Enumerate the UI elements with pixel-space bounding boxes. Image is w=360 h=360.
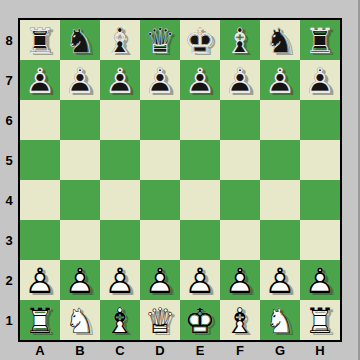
piece-black-pawn[interactable]: ♟♙ xyxy=(260,60,300,100)
square-d4[interactable] xyxy=(140,180,180,220)
piece-white-bishop[interactable]: ♝♗ xyxy=(220,300,260,340)
square-d7[interactable]: ♟♙ xyxy=(140,60,180,100)
square-b1[interactable]: ♞♘ xyxy=(60,300,100,340)
piece-black-rook[interactable]: ♜♖ xyxy=(300,20,340,60)
piece-glyph-outline: ♕ xyxy=(140,300,180,340)
piece-white-pawn[interactable]: ♟♙ xyxy=(180,260,220,300)
rank-label-6: 6 xyxy=(0,100,18,140)
piece-glyph-outline: ♙ xyxy=(60,60,100,100)
piece-black-knight[interactable]: ♞♘ xyxy=(60,20,100,60)
piece-glyph-outline: ♗ xyxy=(220,300,260,340)
rank-label-3: 3 xyxy=(0,220,18,260)
piece-glyph-outline: ♕ xyxy=(140,20,180,60)
square-f4[interactable] xyxy=(220,180,260,220)
piece-white-rook[interactable]: ♜♖ xyxy=(20,300,60,340)
piece-glyph-outline: ♘ xyxy=(60,20,100,60)
square-g2[interactable]: ♟♙ xyxy=(260,260,300,300)
piece-glyph-outline: ♙ xyxy=(180,60,220,100)
square-e2[interactable]: ♟♙ xyxy=(180,260,220,300)
square-g8[interactable]: ♞♘ xyxy=(260,20,300,60)
square-d2[interactable]: ♟♙ xyxy=(140,260,180,300)
square-h5[interactable] xyxy=(300,140,340,180)
square-c3[interactable] xyxy=(100,220,140,260)
square-a6[interactable] xyxy=(20,100,60,140)
piece-glyph-outline: ♙ xyxy=(140,60,180,100)
square-g7[interactable]: ♟♙ xyxy=(260,60,300,100)
square-c6[interactable] xyxy=(100,100,140,140)
square-a8[interactable]: ♜♖ xyxy=(20,20,60,60)
chess-app-frame: 87654321 ABCDEFGH ♜♖♞♘♝♗♛♕♚♔♝♗♞♘♜♖♟♙♟♙♟♙… xyxy=(0,0,360,360)
piece-black-knight[interactable]: ♞♘ xyxy=(260,20,300,60)
square-g3[interactable] xyxy=(260,220,300,260)
piece-glyph-outline: ♙ xyxy=(100,260,140,300)
square-h4[interactable] xyxy=(300,180,340,220)
piece-glyph-outline: ♘ xyxy=(60,300,100,340)
piece-glyph-outline: ♙ xyxy=(140,260,180,300)
square-c2[interactable]: ♟♙ xyxy=(100,260,140,300)
square-e1[interactable]: ♚♔ xyxy=(180,300,220,340)
square-b8[interactable]: ♞♘ xyxy=(60,20,100,60)
square-f2[interactable]: ♟♙ xyxy=(220,260,260,300)
piece-glyph-outline: ♔ xyxy=(180,300,220,340)
square-e4[interactable] xyxy=(180,180,220,220)
piece-glyph-outline: ♙ xyxy=(220,60,260,100)
square-f1[interactable]: ♝♗ xyxy=(220,300,260,340)
rank-label-1: 1 xyxy=(0,300,18,340)
square-e7[interactable]: ♟♙ xyxy=(180,60,220,100)
piece-black-bishop[interactable]: ♝♗ xyxy=(220,20,260,60)
square-f6[interactable] xyxy=(220,100,260,140)
square-a3[interactable] xyxy=(20,220,60,260)
square-f7[interactable]: ♟♙ xyxy=(220,60,260,100)
square-e5[interactable] xyxy=(180,140,220,180)
piece-glyph-outline: ♙ xyxy=(180,260,220,300)
piece-black-pawn[interactable]: ♟♙ xyxy=(100,60,140,100)
piece-white-queen[interactable]: ♛♕ xyxy=(140,300,180,340)
file-label-g: G xyxy=(260,342,300,360)
file-labels: ABCDEFGH xyxy=(20,342,340,360)
square-c7[interactable]: ♟♙ xyxy=(100,60,140,100)
piece-glyph-outline: ♙ xyxy=(220,260,260,300)
piece-white-knight[interactable]: ♞♘ xyxy=(60,300,100,340)
square-f3[interactable] xyxy=(220,220,260,260)
piece-white-pawn[interactable]: ♟♙ xyxy=(300,260,340,300)
square-h1[interactable]: ♜♖ xyxy=(300,300,340,340)
square-c5[interactable] xyxy=(100,140,140,180)
square-a7[interactable]: ♟♙ xyxy=(20,60,60,100)
file-label-h: H xyxy=(300,342,340,360)
square-d1[interactable]: ♛♕ xyxy=(140,300,180,340)
file-label-d: D xyxy=(140,342,180,360)
square-e3[interactable] xyxy=(180,220,220,260)
square-e6[interactable] xyxy=(180,100,220,140)
piece-glyph-outline: ♙ xyxy=(300,260,340,300)
piece-glyph-outline: ♖ xyxy=(300,300,340,340)
square-g6[interactable] xyxy=(260,100,300,140)
piece-glyph-outline: ♖ xyxy=(300,20,340,60)
piece-glyph-outline: ♔ xyxy=(180,20,220,60)
square-g1[interactable]: ♞♘ xyxy=(260,300,300,340)
rank-label-5: 5 xyxy=(0,140,18,180)
piece-black-queen[interactable]: ♛♕ xyxy=(140,20,180,60)
file-label-b: B xyxy=(60,342,100,360)
square-d5[interactable] xyxy=(140,140,180,180)
square-b7[interactable]: ♟♙ xyxy=(60,60,100,100)
piece-white-pawn[interactable]: ♟♙ xyxy=(140,260,180,300)
rank-label-7: 7 xyxy=(0,60,18,100)
square-e8[interactable]: ♚♔ xyxy=(180,20,220,60)
rank-label-2: 2 xyxy=(0,260,18,300)
rank-labels: 87654321 xyxy=(0,20,18,340)
square-g5[interactable] xyxy=(260,140,300,180)
piece-glyph-outline: ♙ xyxy=(300,60,340,100)
piece-glyph-outline: ♘ xyxy=(260,300,300,340)
square-h3[interactable] xyxy=(300,220,340,260)
piece-glyph-outline: ♗ xyxy=(100,300,140,340)
square-b6[interactable] xyxy=(60,100,100,140)
piece-glyph-outline: ♙ xyxy=(20,260,60,300)
square-a4[interactable] xyxy=(20,180,60,220)
piece-white-pawn[interactable]: ♟♙ xyxy=(220,260,260,300)
piece-glyph-outline: ♖ xyxy=(20,20,60,60)
piece-black-king[interactable]: ♚♔ xyxy=(180,20,220,60)
square-c1[interactable]: ♝♗ xyxy=(100,300,140,340)
piece-white-knight[interactable]: ♞♘ xyxy=(260,300,300,340)
square-b3[interactable] xyxy=(60,220,100,260)
piece-glyph-outline: ♗ xyxy=(220,20,260,60)
piece-white-pawn[interactable]: ♟♙ xyxy=(260,260,300,300)
square-a1[interactable]: ♜♖ xyxy=(20,300,60,340)
piece-white-bishop[interactable]: ♝♗ xyxy=(100,300,140,340)
piece-glyph-outline: ♖ xyxy=(20,300,60,340)
piece-white-pawn[interactable]: ♟♙ xyxy=(20,260,60,300)
square-c4[interactable] xyxy=(100,180,140,220)
file-label-f: F xyxy=(220,342,260,360)
square-h8[interactable]: ♜♖ xyxy=(300,20,340,60)
file-label-a: A xyxy=(20,342,60,360)
square-h6[interactable] xyxy=(300,100,340,140)
rank-label-8: 8 xyxy=(0,20,18,60)
piece-glyph-outline: ♘ xyxy=(260,20,300,60)
piece-glyph-outline: ♙ xyxy=(260,60,300,100)
file-label-c: C xyxy=(100,342,140,360)
piece-white-king[interactable]: ♚♔ xyxy=(180,300,220,340)
square-c8[interactable]: ♝♗ xyxy=(100,20,140,60)
piece-glyph-outline: ♙ xyxy=(20,60,60,100)
square-g4[interactable] xyxy=(260,180,300,220)
square-a2[interactable]: ♟♙ xyxy=(20,260,60,300)
board: ♜♖♞♘♝♗♛♕♚♔♝♗♞♘♜♖♟♙♟♙♟♙♟♙♟♙♟♙♟♙♟♙♟♙♟♙♟♙♟♙… xyxy=(18,18,342,342)
piece-black-rook[interactable]: ♜♖ xyxy=(20,20,60,60)
square-h7[interactable]: ♟♙ xyxy=(300,60,340,100)
piece-glyph-outline: ♙ xyxy=(60,260,100,300)
square-d6[interactable] xyxy=(140,100,180,140)
square-d8[interactable]: ♛♕ xyxy=(140,20,180,60)
piece-glyph-outline: ♗ xyxy=(100,20,140,60)
piece-black-pawn[interactable]: ♟♙ xyxy=(300,60,340,100)
piece-black-pawn[interactable]: ♟♙ xyxy=(180,60,220,100)
piece-black-pawn[interactable]: ♟♙ xyxy=(140,60,180,100)
piece-white-rook[interactable]: ♜♖ xyxy=(300,300,340,340)
rank-label-4: 4 xyxy=(0,180,18,220)
square-b2[interactable]: ♟♙ xyxy=(60,260,100,300)
file-label-e: E xyxy=(180,342,220,360)
piece-white-pawn[interactable]: ♟♙ xyxy=(60,260,100,300)
piece-glyph-outline: ♙ xyxy=(260,260,300,300)
square-f8[interactable]: ♝♗ xyxy=(220,20,260,60)
square-b4[interactable] xyxy=(60,180,100,220)
square-h2[interactable]: ♟♙ xyxy=(300,260,340,300)
piece-black-pawn[interactable]: ♟♙ xyxy=(60,60,100,100)
piece-white-pawn[interactable]: ♟♙ xyxy=(100,260,140,300)
piece-black-pawn[interactable]: ♟♙ xyxy=(20,60,60,100)
square-a5[interactable] xyxy=(20,140,60,180)
square-b5[interactable] xyxy=(60,140,100,180)
square-d3[interactable] xyxy=(140,220,180,260)
piece-glyph-outline: ♙ xyxy=(100,60,140,100)
square-f5[interactable] xyxy=(220,140,260,180)
piece-black-pawn[interactable]: ♟♙ xyxy=(220,60,260,100)
piece-black-bishop[interactable]: ♝♗ xyxy=(100,20,140,60)
